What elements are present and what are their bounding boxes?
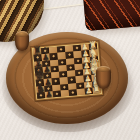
piece-black-pawn[interactable]: ♟ <box>45 90 53 99</box>
corner-knob-left <box>15 31 29 51</box>
photo-scene: ♜♟♟♜♞♟♟♞♝♟♟♝♛♟♟♛♚♟♟♚♝♟♟♝♞♟♟♞♜♟♟♜ <box>0 0 140 140</box>
box-stripes <box>82 0 140 31</box>
corner-knob-right <box>96 66 111 89</box>
chess-board-frame: ♜♟♟♜♞♟♟♞♝♟♟♝♛♟♟♛♚♟♟♚♝♟♟♝♞♟♟♞♜♟♟♜ <box>31 41 103 101</box>
knob-cap <box>97 66 110 72</box>
chess-grid: ♜♟♟♜♞♟♟♞♝♟♟♝♛♟♟♛♚♟♟♚♝♟♟♝♞♟♟♞♜♟♟♜ <box>33 43 101 98</box>
knob-cap <box>16 31 28 37</box>
maroon-striped-box <box>82 0 140 31</box>
